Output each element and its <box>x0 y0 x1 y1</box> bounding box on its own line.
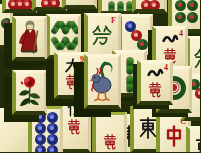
tile-face <box>88 57 118 105</box>
dot-g <box>175 0 186 11</box>
tile-face <box>16 19 44 57</box>
tile-face <box>136 0 164 9</box>
tile-face: 9 <box>58 55 86 95</box>
glyph-nine-icon <box>62 57 82 74</box>
bamboo-stick <box>118 2 123 11</box>
glyph-four-icon <box>160 31 180 48</box>
tile-face <box>96 115 124 152</box>
dot-g <box>187 0 198 11</box>
tile-face <box>66 0 94 5</box>
tile-face <box>190 129 200 152</box>
dot-b <box>35 123 46 134</box>
tile-face <box>172 0 200 29</box>
bamboo-stick <box>127 76 133 92</box>
tile-bamboo-1-bird[interactable] <box>84 54 121 109</box>
dot-b <box>35 145 46 153</box>
tile-dots-partial[interactable] <box>132 0 167 13</box>
dot-b <box>35 134 46 145</box>
tile-flower-season-man[interactable] <box>12 16 47 61</box>
tile-character-4[interactable]: 4 <box>137 60 173 105</box>
dot-g <box>187 12 198 23</box>
tile-face <box>0 111 28 152</box>
bamboo-stick <box>69 37 78 51</box>
tile-face: 4 <box>141 63 170 101</box>
dot-b <box>47 145 58 153</box>
glyph-wan-icon <box>101 134 119 151</box>
glyph-five-icon <box>64 101 84 118</box>
dot-r <box>195 88 201 99</box>
flower-man-icon <box>16 19 44 57</box>
dot-b <box>47 112 58 123</box>
dot-b <box>47 123 58 134</box>
tile-face: F <box>88 16 118 54</box>
tile-face <box>6 0 34 9</box>
bamboo-stick <box>109 2 114 11</box>
glyph-wan-icon <box>146 82 164 99</box>
glyph-east-icon <box>193 132 200 152</box>
tile-flower-plant-rose[interactable] <box>12 70 47 115</box>
glyph-four-icon <box>145 65 165 82</box>
tile-face <box>50 17 78 55</box>
dot-g <box>175 12 186 23</box>
tile-face <box>32 109 60 152</box>
dot-r <box>149 0 160 9</box>
bamboo1-bird-icon <box>88 57 118 105</box>
dot-b <box>47 134 58 145</box>
dot-r <box>49 0 60 7</box>
tile-rank-label: 4 <box>164 63 168 72</box>
dot-g <box>137 39 148 50</box>
tile-wind-east[interactable] <box>186 126 200 152</box>
tile-face <box>102 0 136 11</box>
mahjong-board: F494EC <box>0 0 200 152</box>
tile-rank-label: F <box>111 16 116 25</box>
tile-face: C <box>160 117 188 152</box>
flower-rose-icon <box>16 73 44 111</box>
dot-r <box>22 0 33 9</box>
glyph-fa-icon <box>91 19 113 51</box>
glyph-fa-icon <box>193 42 200 74</box>
glyph-wan-icon <box>63 74 81 91</box>
glyph-wan-icon <box>65 119 83 136</box>
tile-face <box>16 73 44 111</box>
tile-character-hidden-rank[interactable] <box>92 112 127 152</box>
tile-face <box>36 0 64 7</box>
dot-g <box>1 18 11 29</box>
bamboo-stick <box>127 58 133 74</box>
tile-rank-label: 4 <box>179 29 183 38</box>
tile-blank-partial[interactable] <box>62 0 97 9</box>
